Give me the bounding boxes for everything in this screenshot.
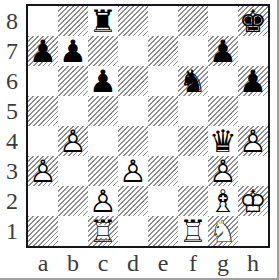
piece-fill-white-bishop: ♝ bbox=[208, 186, 238, 216]
file-label-e: e bbox=[148, 249, 178, 277]
square-d3[interactable]: ♟♙ bbox=[118, 156, 148, 186]
piece-white-pawn: ♙ bbox=[238, 126, 268, 156]
square-b7[interactable]: ♟ bbox=[58, 36, 88, 66]
piece-black-pawn: ♟ bbox=[58, 36, 88, 66]
piece-black-pawn: ♟ bbox=[28, 36, 58, 66]
file-label-g: g bbox=[208, 249, 238, 277]
square-d5[interactable] bbox=[118, 96, 148, 126]
square-e8[interactable] bbox=[148, 6, 178, 36]
piece-white-rook: ♖ bbox=[178, 216, 208, 246]
rank-label-1: 1 bbox=[0, 216, 24, 246]
square-g3[interactable]: ♟♙ bbox=[208, 156, 238, 186]
square-a1[interactable] bbox=[28, 216, 58, 246]
square-e4[interactable] bbox=[148, 126, 178, 156]
square-f7[interactable] bbox=[178, 36, 208, 66]
square-d4[interactable] bbox=[118, 126, 148, 156]
rank-label-6: 6 bbox=[0, 66, 24, 96]
square-b8[interactable] bbox=[58, 6, 88, 36]
square-b6[interactable] bbox=[58, 66, 88, 96]
piece-white-bishop: ♗ bbox=[208, 186, 238, 216]
square-e1[interactable] bbox=[148, 216, 178, 246]
square-a4[interactable] bbox=[28, 126, 58, 156]
file-label-d: d bbox=[118, 249, 148, 277]
rank-label-3: 3 bbox=[0, 156, 24, 186]
square-g4[interactable]: ♛ bbox=[208, 126, 238, 156]
file-label-b: b bbox=[58, 249, 88, 277]
piece-fill-white-rook: ♜ bbox=[88, 216, 118, 246]
square-g2[interactable]: ♝♗ bbox=[208, 186, 238, 216]
square-c7[interactable] bbox=[88, 36, 118, 66]
square-b3[interactable] bbox=[58, 156, 88, 186]
file-label-a: a bbox=[28, 249, 58, 277]
piece-white-pawn: ♙ bbox=[208, 156, 238, 186]
piece-white-rook: ♖ bbox=[88, 216, 118, 246]
square-a7[interactable]: ♟ bbox=[28, 36, 58, 66]
piece-white-pawn: ♙ bbox=[118, 156, 148, 186]
square-a8[interactable] bbox=[28, 6, 58, 36]
piece-fill-white-pawn: ♟ bbox=[208, 156, 238, 186]
square-f2[interactable] bbox=[178, 186, 208, 216]
square-a3[interactable]: ♟♙ bbox=[28, 156, 58, 186]
square-f4[interactable] bbox=[178, 126, 208, 156]
piece-white-king: ♔ bbox=[238, 186, 268, 216]
piece-fill-white-pawn: ♟ bbox=[238, 126, 268, 156]
square-f6[interactable]: ♞ bbox=[178, 66, 208, 96]
square-d7[interactable] bbox=[118, 36, 148, 66]
square-g5[interactable] bbox=[208, 96, 238, 126]
rank-label-5: 5 bbox=[0, 96, 24, 126]
square-h1[interactable] bbox=[238, 216, 268, 246]
square-h7[interactable] bbox=[238, 36, 268, 66]
piece-fill-white-knight: ♞ bbox=[208, 216, 238, 246]
square-c8[interactable]: ♜ bbox=[88, 6, 118, 36]
piece-fill-white-pawn: ♟ bbox=[118, 156, 148, 186]
piece-white-pawn: ♙ bbox=[88, 186, 118, 216]
square-a6[interactable] bbox=[28, 66, 58, 96]
chess-board: ♜♚♟♟♟♟♞♟♟♙♛♟♙♟♙♟♙♟♙♟♙♝♗♚♔♜♖♜♖♞♘ bbox=[26, 4, 270, 248]
square-h8[interactable]: ♚ bbox=[238, 6, 268, 36]
square-h2[interactable]: ♚♔ bbox=[238, 186, 268, 216]
square-d6[interactable] bbox=[118, 66, 148, 96]
piece-white-pawn: ♙ bbox=[28, 156, 58, 186]
piece-black-knight: ♞ bbox=[178, 66, 208, 96]
piece-white-knight: ♘ bbox=[208, 216, 238, 246]
rank-label-2: 2 bbox=[0, 186, 24, 216]
square-e7[interactable] bbox=[148, 36, 178, 66]
chess-diagram: ♜♚♟♟♟♟♞♟♟♙♛♟♙♟♙♟♙♟♙♟♙♝♗♚♔♜♖♜♖♞♘ 87654321… bbox=[0, 0, 279, 280]
square-h3[interactable] bbox=[238, 156, 268, 186]
square-c1[interactable]: ♜♖ bbox=[88, 216, 118, 246]
square-e6[interactable] bbox=[148, 66, 178, 96]
square-d8[interactable] bbox=[118, 6, 148, 36]
square-a2[interactable] bbox=[28, 186, 58, 216]
piece-black-pawn: ♟ bbox=[238, 66, 268, 96]
piece-fill-white-king: ♚ bbox=[238, 186, 268, 216]
rank-label-8: 8 bbox=[0, 6, 24, 36]
piece-black-pawn: ♟ bbox=[208, 36, 238, 66]
square-d2[interactable] bbox=[118, 186, 148, 216]
rank-label-7: 7 bbox=[0, 36, 24, 66]
file-label-h: h bbox=[238, 249, 268, 277]
piece-fill-white-pawn: ♟ bbox=[88, 186, 118, 216]
square-c6[interactable]: ♟ bbox=[88, 66, 118, 96]
piece-fill-white-pawn: ♟ bbox=[58, 126, 88, 156]
square-c4[interactable] bbox=[88, 126, 118, 156]
file-label-f: f bbox=[178, 249, 208, 277]
square-b2[interactable] bbox=[58, 186, 88, 216]
square-g1[interactable]: ♞♘ bbox=[208, 216, 238, 246]
piece-fill-white-pawn: ♟ bbox=[28, 156, 58, 186]
piece-black-queen: ♛ bbox=[208, 126, 238, 156]
square-f8[interactable] bbox=[178, 6, 208, 36]
piece-fill-white-rook: ♜ bbox=[178, 216, 208, 246]
square-b1[interactable] bbox=[58, 216, 88, 246]
rank-label-4: 4 bbox=[0, 126, 24, 156]
square-f3[interactable] bbox=[178, 156, 208, 186]
square-c3[interactable] bbox=[88, 156, 118, 186]
square-g6[interactable] bbox=[208, 66, 238, 96]
square-h5[interactable] bbox=[238, 96, 268, 126]
square-h4[interactable]: ♟♙ bbox=[238, 126, 268, 156]
file-label-c: c bbox=[88, 249, 118, 277]
square-e2[interactable] bbox=[148, 186, 178, 216]
square-b4[interactable]: ♟♙ bbox=[58, 126, 88, 156]
square-e3[interactable] bbox=[148, 156, 178, 186]
square-h6[interactable]: ♟ bbox=[238, 66, 268, 96]
square-c5[interactable] bbox=[88, 96, 118, 126]
piece-black-king: ♚ bbox=[238, 6, 268, 36]
square-a5[interactable] bbox=[28, 96, 58, 126]
square-f5[interactable] bbox=[178, 96, 208, 126]
piece-black-pawn: ♟ bbox=[88, 66, 118, 96]
square-d1[interactable] bbox=[118, 216, 148, 246]
square-g7[interactable]: ♟ bbox=[208, 36, 238, 66]
square-f1[interactable]: ♜♖ bbox=[178, 216, 208, 246]
square-c2[interactable]: ♟♙ bbox=[88, 186, 118, 216]
piece-white-pawn: ♙ bbox=[58, 126, 88, 156]
square-b5[interactable] bbox=[58, 96, 88, 126]
square-e5[interactable] bbox=[148, 96, 178, 126]
square-g8[interactable] bbox=[208, 6, 238, 36]
piece-black-rook: ♜ bbox=[88, 6, 118, 36]
